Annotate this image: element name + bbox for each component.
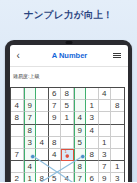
cell-r2c4[interactable]: 7 [49,100,62,112]
cell-r8c6[interactable]: 7 [74,173,87,182]
cell-r5c6[interactable]: 5 [74,137,87,149]
cell-r5c4[interactable]: 8 [49,137,62,149]
app-screen: ‹ A Number 難易度:上級 6844975188791438943485… [10,45,128,182]
cell-r5c2[interactable]: 3 [24,137,37,149]
cell-r8c7[interactable]: 6 [86,173,99,182]
camera-notch-icon [65,41,72,44]
cell-r2c3[interactable] [36,100,49,112]
cell-r4c8[interactable] [99,125,112,137]
cell-r2c2[interactable]: 9 [24,100,37,112]
cell-r6c3[interactable] [36,149,49,161]
cell-r3c8[interactable] [99,112,112,124]
cell-r8c5[interactable]: 4 [61,173,74,182]
cell-r1c8[interactable]: 4 [99,88,112,100]
cell-r1c7[interactable] [86,88,99,100]
cell-r6c4[interactable]: 4 [49,149,62,161]
cell-r3c1[interactable]: 8 [11,112,24,124]
cell-r2c7[interactable]: 1 [86,100,99,112]
cell-r3c4[interactable]: 9 [49,112,62,124]
cell-r2c9[interactable]: 8 [111,100,124,112]
cell-r1c2[interactable] [24,88,37,100]
promo-headline: ナンプレ力が向上！ [0,9,137,22]
cell-r4c2[interactable]: 8 [24,125,37,137]
cell-r7c9[interactable]: 1 [111,161,124,173]
cell-r8c2[interactable]: 1 [24,173,37,182]
cell-r6c1[interactable]: 7 [11,149,24,161]
cell-r6c8[interactable]: 3 [99,149,112,161]
cell-r1c9[interactable] [111,88,124,100]
back-button[interactable]: ‹ [17,51,27,61]
cell-r7c6[interactable]: 8 [74,161,87,173]
cell-r6c7[interactable]: 8 [86,149,99,161]
cell-r1c3[interactable] [36,88,49,100]
cell-r4c5[interactable] [61,125,74,137]
cell-r3c2[interactable]: 7 [24,112,37,124]
hint-candidate: 1 [65,150,67,154]
promo-screenshot: ナンプレ力が向上！ ‹ A Number 難易度:上級 684497518879… [0,0,137,182]
cell-r2c8[interactable] [99,100,112,112]
cell-r1c4[interactable]: 6 [49,88,62,100]
cell-r5c1[interactable] [11,137,24,149]
cell-r7c4[interactable] [49,161,62,173]
cell-r6c2[interactable] [24,149,37,161]
cell-r4c1[interactable] [11,125,24,137]
cell-r4c7[interactable]: 4 [86,125,99,137]
cell-r3c5[interactable]: 1 [61,112,74,124]
cell-r4c3[interactable] [36,125,49,137]
hamburger-menu-icon[interactable] [113,53,121,59]
cell-r1c6[interactable] [74,88,87,100]
cell-r4c9[interactable] [111,125,124,137]
cell-r3c9[interactable] [111,112,124,124]
cell-r7c7[interactable] [86,161,99,173]
cell-r5c9[interactable] [111,137,124,149]
sudoku-grid: 6844975188791438943485174183487121854769… [11,88,124,182]
cell-r6c5[interactable]: 1 [61,149,74,161]
sudoku-board: 6844975188791438943485174183487121854769… [10,87,125,182]
cell-r7c8[interactable]: 7 [99,161,112,173]
cell-r5c8[interactable]: 1 [99,137,112,149]
cell-r8c1[interactable]: 2 [11,173,24,182]
cell-r5c3[interactable]: 4 [36,137,49,149]
cell-r2c5[interactable]: 5 [61,100,74,112]
cell-r2c1[interactable]: 4 [11,100,24,112]
cell-r1c5[interactable]: 8 [61,88,74,100]
cell-r2c6[interactable] [74,100,87,112]
cell-r8c4[interactable]: 5 [49,173,62,182]
cell-r3c3[interactable] [36,112,49,124]
cell-r8c8[interactable]: 9 [99,173,112,182]
cell-r7c5[interactable] [61,161,74,173]
cell-r6c9[interactable] [111,149,124,161]
app-title: A Number [27,51,113,60]
cell-r4c4[interactable] [49,125,62,137]
cell-r8c3[interactable]: 8 [36,173,49,182]
app-header: ‹ A Number [10,45,128,67]
cell-r5c7[interactable] [86,137,99,149]
cell-r6c6[interactable] [74,149,87,161]
cell-r5c5[interactable] [61,137,74,149]
cell-r8c9[interactable]: 3 [111,173,124,182]
cell-r4c6[interactable]: 9 [74,125,87,137]
cell-r7c2[interactable]: 4 [24,161,37,173]
cell-r3c6[interactable]: 4 [74,112,87,124]
difficulty-label: 難易度:上級 [13,73,128,79]
cell-r3c7[interactable]: 3 [86,112,99,124]
tablet-device-frame: ‹ A Number 難易度:上級 6844975188791438943485… [5,40,132,183]
cell-r7c1[interactable] [11,161,24,173]
cell-r1c1[interactable] [11,88,24,100]
cell-r7c3[interactable] [36,161,49,173]
